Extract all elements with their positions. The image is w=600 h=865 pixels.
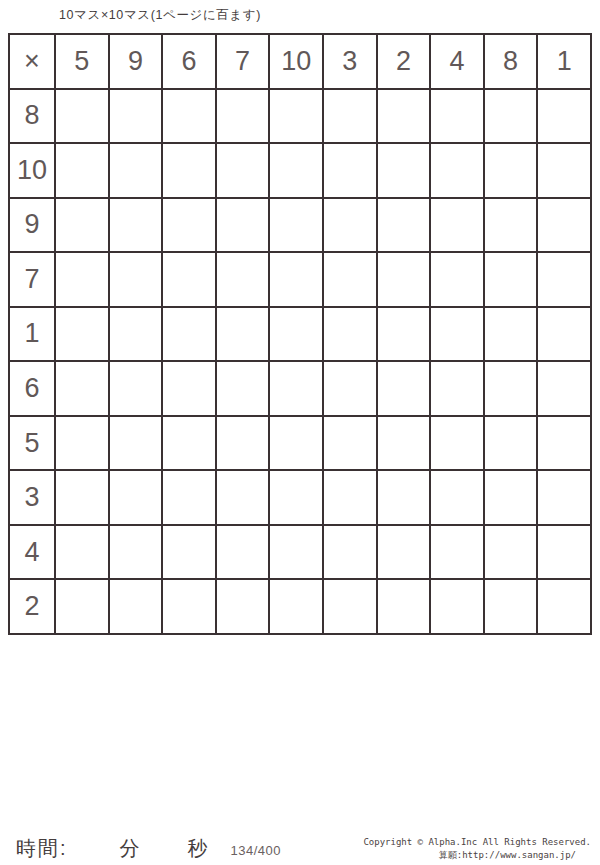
answer-cell	[378, 90, 430, 143]
answer-cell	[378, 417, 430, 470]
answer-cell	[163, 199, 215, 252]
answer-cell	[163, 253, 215, 306]
answer-cell	[431, 362, 483, 415]
answer-cell	[378, 526, 430, 579]
row-header-cell: 10	[10, 144, 54, 197]
answer-cell	[538, 144, 590, 197]
sheet-number: 134/400	[231, 843, 282, 858]
answer-cell	[538, 471, 590, 524]
col-header-cell: 8	[485, 35, 537, 88]
time-label: 時間:	[16, 837, 68, 859]
answer-cell	[485, 580, 537, 633]
answer-cell	[431, 580, 483, 633]
answer-cell	[56, 144, 108, 197]
answer-cell	[163, 362, 215, 415]
answer-cell	[431, 144, 483, 197]
answer-cell	[270, 526, 322, 579]
answer-cell	[163, 90, 215, 143]
answer-cell	[378, 199, 430, 252]
answer-cell	[485, 308, 537, 361]
answer-cell	[217, 362, 269, 415]
answer-cell	[538, 199, 590, 252]
copyright-text: Copyright © Alpha.Inc All Rights Reserve…	[363, 836, 591, 849]
answer-cell	[110, 199, 162, 252]
col-header-cell: 4	[431, 35, 483, 88]
answer-cell	[324, 308, 376, 361]
row-header-cell: 6	[10, 362, 54, 415]
site-credit-text: 算願:http://www.sangan.jp/	[363, 849, 591, 862]
answer-cell	[538, 580, 590, 633]
answer-cell	[378, 308, 430, 361]
answer-cell	[163, 144, 215, 197]
answer-cell	[217, 144, 269, 197]
row-header-cell: 2	[10, 580, 54, 633]
col-header-cell: 9	[110, 35, 162, 88]
col-header-cell: 2	[378, 35, 430, 88]
multiplication-grid: ×5967103248181097165342	[8, 33, 592, 635]
answer-cell	[217, 308, 269, 361]
answer-cell	[270, 580, 322, 633]
answer-cell	[324, 526, 376, 579]
answer-cell	[538, 90, 590, 143]
col-header-cell: 10	[270, 35, 322, 88]
answer-cell	[431, 253, 483, 306]
answer-cell	[431, 471, 483, 524]
row-header-cell: 4	[10, 526, 54, 579]
answer-cell	[217, 471, 269, 524]
answer-cell	[56, 362, 108, 415]
answer-cell	[324, 253, 376, 306]
answer-cell	[163, 417, 215, 470]
answer-cell	[270, 90, 322, 143]
answer-cell	[56, 526, 108, 579]
answer-cell	[485, 471, 537, 524]
answer-cell	[217, 199, 269, 252]
answer-cell	[324, 580, 376, 633]
answer-cell	[324, 417, 376, 470]
timer-underline: 時間:分秒	[14, 835, 224, 865]
answer-cell	[324, 199, 376, 252]
col-header-cell: 1	[538, 35, 590, 88]
col-header-cell: 5	[56, 35, 108, 88]
answer-cell	[163, 471, 215, 524]
answer-cell	[110, 253, 162, 306]
answer-cell	[324, 90, 376, 143]
answer-cell	[270, 417, 322, 470]
worksheet-page: 10マス×10マス(1ページに百ます) ×5967103248181097165…	[0, 0, 600, 865]
answer-cell	[485, 90, 537, 143]
answer-cell	[217, 253, 269, 306]
answer-cell	[217, 90, 269, 143]
answer-cell	[110, 90, 162, 143]
row-header-cell: 9	[10, 199, 54, 252]
answer-cell	[110, 362, 162, 415]
answer-cell	[485, 526, 537, 579]
answer-cell	[217, 417, 269, 470]
answer-cell	[110, 417, 162, 470]
answer-cell	[485, 253, 537, 306]
answer-cell	[485, 144, 537, 197]
operator-cell: ×	[10, 35, 54, 88]
copyright-block: Copyright © Alpha.Inc All Rights Reserve…	[363, 836, 591, 861]
answer-cell	[431, 417, 483, 470]
answer-cell	[324, 144, 376, 197]
answer-cell	[538, 417, 590, 470]
answer-cell	[270, 144, 322, 197]
answer-cell	[485, 362, 537, 415]
row-header-cell: 3	[10, 471, 54, 524]
answer-cell	[110, 144, 162, 197]
answer-cell	[378, 144, 430, 197]
answer-cell	[378, 253, 430, 306]
answer-cell	[270, 253, 322, 306]
answer-cell	[378, 471, 430, 524]
answer-cell	[110, 308, 162, 361]
answer-cell	[56, 308, 108, 361]
answer-cell	[110, 580, 162, 633]
answer-cell	[538, 308, 590, 361]
answer-cell	[270, 308, 322, 361]
answer-cell	[163, 580, 215, 633]
page-title: 10マス×10マス(1ページに百ます)	[59, 7, 261, 24]
answer-cell	[378, 580, 430, 633]
answer-cell	[270, 199, 322, 252]
answer-cell	[431, 526, 483, 579]
row-header-cell: 8	[10, 90, 54, 143]
answer-cell	[270, 362, 322, 415]
answer-cell	[485, 417, 537, 470]
answer-cell	[110, 471, 162, 524]
answer-cell	[56, 90, 108, 143]
answer-cell	[163, 526, 215, 579]
col-header-cell: 3	[324, 35, 376, 88]
answer-cell	[538, 526, 590, 579]
answer-cell	[110, 526, 162, 579]
answer-cell	[217, 526, 269, 579]
answer-cell	[56, 199, 108, 252]
timer-line: 時間:分秒134/400	[14, 835, 281, 865]
row-header-cell: 7	[10, 253, 54, 306]
answer-cell	[56, 253, 108, 306]
answer-cell	[324, 362, 376, 415]
answer-cell	[485, 199, 537, 252]
row-header-cell: 1	[10, 308, 54, 361]
answer-cell	[56, 580, 108, 633]
col-header-cell: 6	[163, 35, 215, 88]
answer-cell	[56, 471, 108, 524]
answer-cell	[217, 580, 269, 633]
answer-cell	[431, 199, 483, 252]
answer-cell	[538, 253, 590, 306]
answer-cell	[163, 308, 215, 361]
answer-cell	[270, 471, 322, 524]
answer-cell	[56, 417, 108, 470]
col-header-cell: 7	[217, 35, 269, 88]
answer-cell	[431, 90, 483, 143]
answer-cell	[538, 362, 590, 415]
answer-cell	[431, 308, 483, 361]
row-header-cell: 5	[10, 417, 54, 470]
seconds-label: 秒	[188, 837, 210, 859]
answer-cell	[324, 471, 376, 524]
minutes-label: 分	[120, 837, 142, 859]
answer-cell	[378, 362, 430, 415]
